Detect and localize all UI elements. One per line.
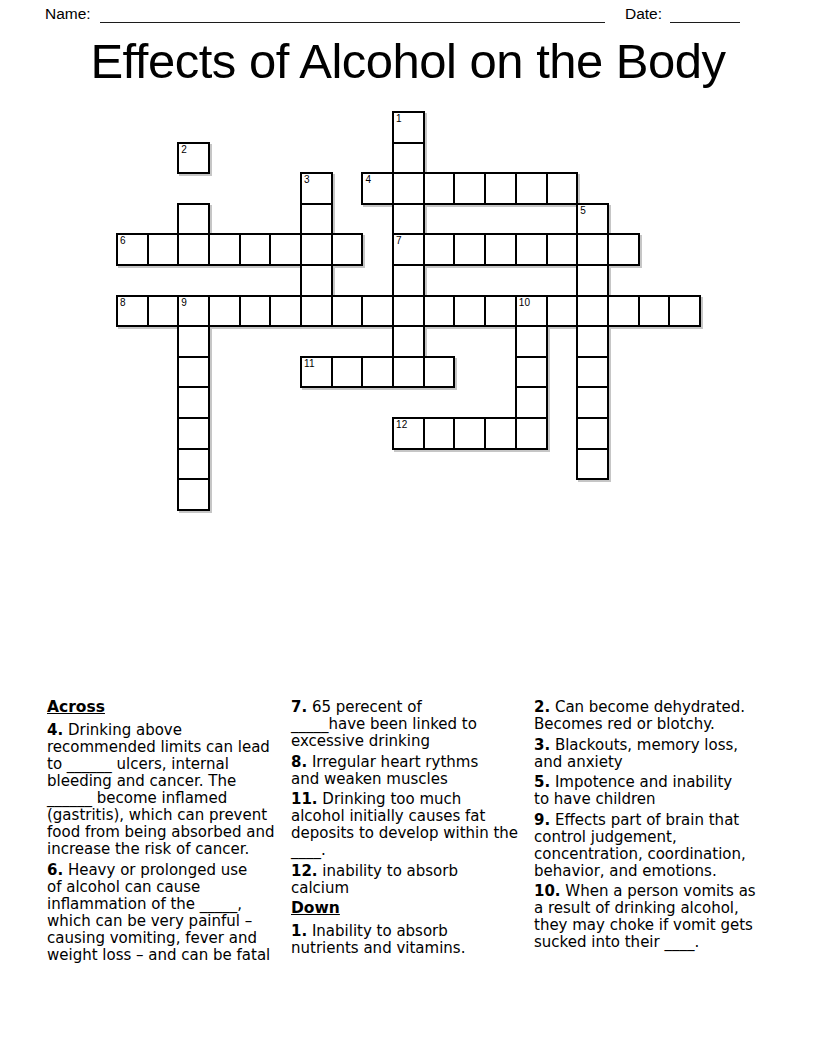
clue-text: Impotence and inability to have children bbox=[534, 773, 732, 808]
clue-down-1: 1. Inability to absorb nutrients and vit… bbox=[291, 923, 531, 957]
clue-number-1: 1 bbox=[396, 113, 402, 125]
grid-cell-r10c11[interactable] bbox=[453, 417, 486, 450]
grid-cell-r8c6[interactable]: 11 bbox=[300, 356, 333, 389]
grid-cell-r2c12[interactable] bbox=[484, 172, 517, 205]
clue-num-label: 10. bbox=[534, 882, 561, 900]
grid-cell-r4c1[interactable] bbox=[147, 233, 180, 266]
grid-cell-r4c5[interactable] bbox=[269, 233, 302, 266]
grid-cell-r5c6[interactable] bbox=[300, 264, 333, 297]
grid-cell-r7c9[interactable] bbox=[392, 325, 425, 358]
clue-number-9: 9 bbox=[181, 297, 187, 309]
grid-cell-r4c7[interactable] bbox=[331, 233, 364, 266]
grid-cell-r12c2[interactable] bbox=[177, 478, 210, 511]
name-label: Name: bbox=[45, 5, 91, 23]
grid-cell-r2c14[interactable] bbox=[546, 172, 579, 205]
grid-cell-r10c15[interactable] bbox=[576, 417, 609, 450]
grid-cell-r4c10[interactable] bbox=[423, 233, 456, 266]
grid-cell-r8c2[interactable] bbox=[177, 356, 210, 389]
grid-cell-r2c11[interactable] bbox=[453, 172, 486, 205]
grid-cell-r1c2[interactable]: 2 bbox=[177, 142, 210, 175]
grid-cell-r4c12[interactable] bbox=[484, 233, 517, 266]
across-heading: Across bbox=[47, 699, 283, 716]
grid-cell-r3c15[interactable]: 5 bbox=[576, 203, 609, 236]
grid-cell-r4c0[interactable]: 6 bbox=[116, 233, 149, 266]
down-heading: Down bbox=[291, 900, 531, 917]
grid-cell-r5c9[interactable] bbox=[392, 264, 425, 297]
grid-cell-r10c2[interactable] bbox=[177, 417, 210, 450]
clue-num-label: 12. bbox=[291, 862, 318, 880]
clue-num-label: 7. bbox=[291, 698, 307, 716]
grid-cell-r2c8[interactable]: 4 bbox=[361, 172, 394, 205]
grid-cell-r10c9[interactable]: 12 bbox=[392, 417, 425, 450]
clue-num-label: 8. bbox=[291, 753, 307, 771]
grid-cell-r6c14[interactable] bbox=[546, 295, 579, 328]
grid-cell-r2c13[interactable] bbox=[515, 172, 548, 205]
clue-text: Drinking too much alcohol initially caus… bbox=[291, 790, 518, 859]
grid-cell-r2c9[interactable] bbox=[392, 172, 425, 205]
grid-cell-r6c15[interactable] bbox=[576, 295, 609, 328]
clue-text: Inability to absorb nutrients and vitami… bbox=[291, 922, 465, 957]
crossword-grid: 123456789101112 bbox=[116, 111, 702, 512]
grid-cell-r6c16[interactable] bbox=[607, 295, 640, 328]
grid-cell-r8c7[interactable] bbox=[331, 356, 364, 389]
clue-text: 65 perecent of _____have been linked to … bbox=[291, 698, 477, 750]
grid-cell-r8c13[interactable] bbox=[515, 356, 548, 389]
grid-cell-r6c11[interactable] bbox=[453, 295, 486, 328]
clue-number-10: 10 bbox=[519, 297, 530, 309]
clue-number-11: 11 bbox=[304, 358, 314, 370]
grid-cell-r9c13[interactable] bbox=[515, 386, 548, 419]
clue-num-label: 3. bbox=[534, 736, 550, 754]
clue-across-12: 12. inability to absorb calcium bbox=[291, 863, 531, 897]
grid-cell-r4c4[interactable] bbox=[239, 233, 272, 266]
clue-down-3: 3. Blackouts, memory loss, and anxiety bbox=[534, 737, 778, 771]
grid-cell-r3c6[interactable] bbox=[300, 203, 333, 236]
grid-cell-r4c14[interactable] bbox=[546, 233, 579, 266]
grid-cell-r4c15[interactable] bbox=[576, 233, 609, 266]
clue-text: When a person vomits as a result of drin… bbox=[534, 882, 756, 951]
grid-cell-r7c13[interactable] bbox=[515, 325, 548, 358]
grid-cell-r8c15[interactable] bbox=[576, 356, 609, 389]
clue-text: Effects part of brain that control judge… bbox=[534, 811, 746, 880]
grid-cell-r9c15[interactable] bbox=[576, 386, 609, 419]
clue-number-12: 12 bbox=[396, 419, 407, 431]
grid-cell-r6c10[interactable] bbox=[423, 295, 456, 328]
grid-cell-r3c2[interactable] bbox=[177, 203, 210, 236]
clue-number-3: 3 bbox=[304, 174, 310, 186]
clues-column-2: 7. 65 perecent of _____have been linked … bbox=[291, 699, 531, 961]
clue-across-6: 6. Heavy or prolonged use of alcohol can… bbox=[47, 862, 283, 964]
grid-cell-r10c13[interactable] bbox=[515, 417, 548, 450]
grid-cell-r7c15[interactable] bbox=[576, 325, 609, 358]
clue-down-10: 10. When a person vomits as a result of … bbox=[534, 883, 778, 951]
grid-cell-r6c9[interactable] bbox=[392, 295, 425, 328]
grid-cell-r9c2[interactable] bbox=[177, 386, 210, 419]
clue-number-6: 6 bbox=[120, 235, 126, 247]
clue-num-label: 2. bbox=[534, 698, 550, 716]
grid-cell-r6c4[interactable] bbox=[239, 295, 272, 328]
grid-cell-r4c11[interactable] bbox=[453, 233, 486, 266]
clue-text: Irregular heart rythms and weaken muscle… bbox=[291, 753, 478, 788]
clue-down-9: 9. Effects part of brain that control ju… bbox=[534, 812, 778, 880]
clue-across-11: 11. Drinking too much alcohol initially … bbox=[291, 791, 531, 859]
grid-cell-r6c1[interactable] bbox=[147, 295, 180, 328]
clue-num-label: 11. bbox=[291, 790, 318, 808]
grid-cell-r8c8[interactable] bbox=[361, 356, 394, 389]
clue-number-4: 4 bbox=[365, 174, 371, 186]
grid-cell-r7c2[interactable] bbox=[177, 325, 210, 358]
grid-cell-r6c7[interactable] bbox=[331, 295, 364, 328]
clue-across-7: 7. 65 perecent of _____have been linked … bbox=[291, 699, 531, 750]
grid-cell-r6c18[interactable] bbox=[668, 295, 701, 328]
clue-num-label: 5. bbox=[534, 773, 550, 791]
grid-cell-r11c2[interactable] bbox=[177, 448, 210, 481]
grid-cell-r4c3[interactable] bbox=[208, 233, 241, 266]
worksheet-page: Name: Date: Effects of Alcohol on the Bo… bbox=[0, 0, 816, 1056]
grid-cell-r1c9[interactable] bbox=[392, 142, 425, 175]
grid-cell-r8c9[interactable] bbox=[392, 356, 425, 389]
grid-cell-r4c2[interactable] bbox=[177, 233, 210, 266]
clue-num-label: 4. bbox=[47, 721, 63, 739]
name-input-line[interactable] bbox=[100, 6, 605, 23]
grid-cell-r11c15[interactable] bbox=[576, 448, 609, 481]
clue-num-label: 9. bbox=[534, 811, 550, 829]
clue-down-2: 2. Can become dehydrated. Becomes red or… bbox=[534, 699, 778, 733]
grid-cell-r6c12[interactable] bbox=[484, 295, 517, 328]
page-title: Effects of Alcohol on the Body bbox=[0, 33, 816, 89]
clue-num-label: 1. bbox=[291, 922, 307, 940]
grid-cell-r6c13[interactable]: 10 bbox=[515, 295, 548, 328]
grid-cell-r4c9[interactable]: 7 bbox=[392, 233, 425, 266]
clue-down-5: 5. Impotence and inability to have child… bbox=[534, 774, 778, 808]
grid-cell-r6c5[interactable] bbox=[269, 295, 302, 328]
grid-cell-r6c0[interactable]: 8 bbox=[116, 295, 149, 328]
clue-number-7: 7 bbox=[396, 235, 402, 247]
grid-cell-r6c2[interactable]: 9 bbox=[177, 295, 210, 328]
clue-text: Heavy or prolonged use of alcohol can ca… bbox=[47, 861, 270, 964]
clue-number-8: 8 bbox=[120, 297, 126, 309]
grid-cell-r4c13[interactable] bbox=[515, 233, 548, 266]
clue-number-5: 5 bbox=[580, 205, 586, 217]
grid-cell-r10c10[interactable] bbox=[423, 417, 456, 450]
grid-cell-r3c9[interactable] bbox=[392, 203, 425, 236]
grid-cell-r0c9[interactable]: 1 bbox=[392, 111, 425, 144]
grid-cell-r6c17[interactable] bbox=[638, 295, 671, 328]
grid-cell-r10c12[interactable] bbox=[484, 417, 517, 450]
clue-num-label: 6. bbox=[47, 861, 63, 879]
grid-cell-r6c6[interactable] bbox=[300, 295, 333, 328]
clues-column-3: 2. Can become dehydrated. Becomes red or… bbox=[534, 699, 778, 955]
clue-across-4: 4. Drinking above recommended limits can… bbox=[47, 722, 283, 858]
date-label: Date: bbox=[625, 5, 662, 23]
grid-cell-r5c15[interactable] bbox=[576, 264, 609, 297]
grid-cell-r2c6[interactable]: 3 bbox=[300, 172, 333, 205]
date-input-line[interactable] bbox=[670, 6, 740, 23]
grid-cell-r6c3[interactable] bbox=[208, 295, 241, 328]
grid-cell-r8c10[interactable] bbox=[423, 356, 456, 389]
grid-cell-r4c6[interactable] bbox=[300, 233, 333, 266]
grid-cell-r2c10[interactable] bbox=[423, 172, 456, 205]
clue-text: Can become dehydrated. Becomes red or bl… bbox=[534, 698, 745, 733]
grid-cell-r4c16[interactable] bbox=[607, 233, 640, 266]
clues-column-1: Across4. Drinking above recommended limi… bbox=[47, 699, 283, 967]
clue-text: Drinking above recommended limits can le… bbox=[47, 721, 274, 858]
grid-cell-r6c8[interactable] bbox=[361, 295, 394, 328]
clue-across-8: 8. Irregular heart rythms and weaken mus… bbox=[291, 754, 531, 788]
clue-number-2: 2 bbox=[181, 144, 187, 156]
clue-text: Blackouts, memory loss, and anxiety bbox=[534, 736, 738, 771]
